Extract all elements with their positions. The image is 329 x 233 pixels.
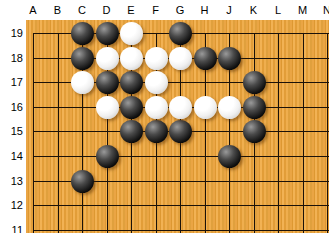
black-stone-K15[interactable]: ●	[243, 120, 266, 143]
col-label-A: A	[22, 4, 44, 16]
grid-line-row-12	[33, 205, 329, 206]
black-stone-J18[interactable]: ●	[218, 47, 241, 70]
white-stone-E18[interactable]: ○	[120, 47, 143, 70]
black-stone-E16[interactable]: ●	[120, 96, 143, 119]
white-stone-C17[interactable]: ○	[71, 71, 94, 94]
grid-line-col-B	[58, 33, 59, 233]
row-label-16: 16	[0, 101, 23, 113]
black-stone-C19[interactable]: ●	[71, 22, 94, 45]
black-stone-E17[interactable]: ●	[120, 71, 143, 94]
go-board[interactable]: ●●●●●●●●●●●●●●●●●●○○○○○○○○○○○○	[26, 20, 329, 233]
black-stone-C18[interactable]: ●	[71, 47, 94, 70]
grid-line-row-11	[33, 230, 329, 231]
col-label-M: M	[292, 4, 314, 16]
col-label-L: L	[267, 4, 289, 16]
row-label-15: 15	[0, 125, 23, 137]
white-stone-D18[interactable]: ○	[96, 47, 119, 70]
black-stone-G15[interactable]: ●	[169, 120, 192, 143]
row-label-19: 19	[0, 27, 23, 39]
grid-line-col-M	[303, 33, 304, 233]
black-stone-D17[interactable]: ●	[96, 71, 119, 94]
row-label-17: 17	[0, 76, 23, 88]
grid-line-col-N	[327, 33, 328, 233]
black-stone-E15[interactable]: ●	[120, 120, 143, 143]
black-stone-D14[interactable]: ●	[96, 145, 119, 168]
black-stone-F15[interactable]: ●	[145, 120, 168, 143]
grid-line-col-A	[33, 33, 34, 233]
row-label-18: 18	[0, 52, 23, 64]
white-stone-G18[interactable]: ○	[169, 47, 192, 70]
col-label-B: B	[47, 4, 69, 16]
white-stone-E19[interactable]: ○	[120, 22, 143, 45]
white-stone-D16[interactable]: ○	[96, 96, 119, 119]
white-stone-J16[interactable]: ○	[218, 96, 241, 119]
col-label-G: G	[169, 4, 191, 16]
white-stone-F17[interactable]: ○	[145, 71, 168, 94]
row-label-12: 12	[0, 199, 23, 211]
white-stone-G16[interactable]: ○	[169, 96, 192, 119]
col-label-J: J	[218, 4, 240, 16]
white-stone-H16[interactable]: ○	[194, 96, 217, 119]
black-stone-C13[interactable]: ●	[71, 170, 94, 193]
col-label-F: F	[145, 4, 167, 16]
col-label-K: K	[243, 4, 265, 16]
white-stone-F16[interactable]: ○	[145, 96, 168, 119]
grid-line-col-L	[278, 33, 279, 233]
black-stone-J14[interactable]: ●	[218, 145, 241, 168]
col-label-D: D	[96, 4, 118, 16]
row-label-13: 13	[0, 175, 23, 187]
col-label-N: N	[316, 4, 329, 16]
black-stone-H18[interactable]: ●	[194, 47, 217, 70]
white-stone-F18[interactable]: ○	[145, 47, 168, 70]
col-label-E: E	[120, 4, 142, 16]
black-stone-K16[interactable]: ●	[243, 96, 266, 119]
row-label-14: 14	[0, 150, 23, 162]
black-stone-K17[interactable]: ●	[243, 71, 266, 94]
go-board-screenshot: ●●●●●●●●●●●●●●●●●●○○○○○○○○○○○○ ABCDEFGHJ…	[0, 0, 329, 233]
col-label-H: H	[194, 4, 216, 16]
col-label-C: C	[71, 4, 93, 16]
row-label-11: 11	[0, 224, 23, 233]
grid-line-row-14	[33, 156, 329, 157]
black-stone-D19[interactable]: ●	[96, 22, 119, 45]
black-stone-G19[interactable]: ●	[169, 22, 192, 45]
